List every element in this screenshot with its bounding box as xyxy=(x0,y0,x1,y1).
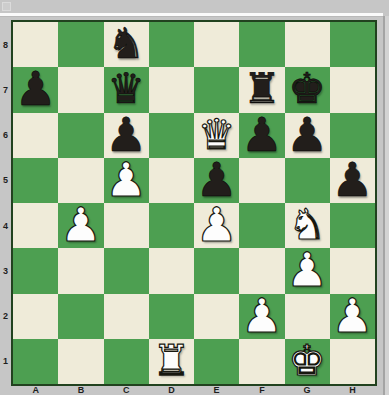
square-g2[interactable] xyxy=(285,294,330,339)
square-d5[interactable] xyxy=(149,158,194,203)
file-label-a: A xyxy=(13,385,58,395)
window-corner-icon xyxy=(2,2,11,11)
piece-white-pawn[interactable]: ♟ xyxy=(286,247,328,292)
square-c5[interactable]: ♟ xyxy=(104,158,149,203)
square-b3[interactable] xyxy=(58,248,103,293)
window-right-edge-highlight xyxy=(385,16,389,395)
square-e4[interactable]: ♟ xyxy=(194,203,239,248)
chess-board[interactable]: ♞♟♛♜♚♟♛♟♟♟♟♟♟♟♞♟♟♟♜♚ xyxy=(11,20,377,386)
square-a2[interactable] xyxy=(13,294,58,339)
square-a5[interactable] xyxy=(13,158,58,203)
square-f6[interactable]: ♟ xyxy=(239,113,284,158)
square-c3[interactable] xyxy=(104,248,149,293)
square-h2[interactable]: ♟ xyxy=(330,294,375,339)
square-d6[interactable] xyxy=(149,113,194,158)
rank-labels: 87654321 xyxy=(0,22,11,384)
square-e2[interactable] xyxy=(194,294,239,339)
piece-white-pawn[interactable]: ♟ xyxy=(241,293,283,338)
square-f2[interactable]: ♟ xyxy=(239,294,284,339)
square-a7[interactable]: ♟ xyxy=(13,67,58,112)
square-b2[interactable] xyxy=(58,294,103,339)
piece-white-rook[interactable]: ♜ xyxy=(153,338,191,383)
square-f5[interactable] xyxy=(239,158,284,203)
square-h1[interactable] xyxy=(330,339,375,384)
piece-black-rook[interactable]: ♜ xyxy=(243,66,281,111)
rank-label-2: 2 xyxy=(0,294,11,339)
rank-label-6: 6 xyxy=(0,113,11,158)
piece-white-pawn[interactable]: ♟ xyxy=(331,293,373,338)
piece-white-pawn[interactable]: ♟ xyxy=(105,157,147,202)
square-e3[interactable] xyxy=(194,248,239,293)
square-g6[interactable]: ♟ xyxy=(285,113,330,158)
rank-label-7: 7 xyxy=(0,67,11,112)
square-h7[interactable] xyxy=(330,67,375,112)
square-g3[interactable]: ♟ xyxy=(285,248,330,293)
square-d1[interactable]: ♜ xyxy=(149,339,194,384)
square-h4[interactable] xyxy=(330,203,375,248)
toolbar-divider xyxy=(0,13,383,17)
piece-black-queen[interactable]: ♛ xyxy=(107,66,145,111)
piece-black-pawn[interactable]: ♟ xyxy=(331,157,373,202)
square-c2[interactable] xyxy=(104,294,149,339)
square-e1[interactable] xyxy=(194,339,239,384)
square-b4[interactable]: ♟ xyxy=(58,203,103,248)
file-label-b: B xyxy=(58,385,103,395)
square-a1[interactable] xyxy=(13,339,58,384)
square-e7[interactable] xyxy=(194,67,239,112)
piece-white-pawn[interactable]: ♟ xyxy=(196,202,238,247)
square-h8[interactable] xyxy=(330,22,375,67)
square-f4[interactable] xyxy=(239,203,284,248)
square-b8[interactable] xyxy=(58,22,103,67)
piece-white-queen[interactable]: ♛ xyxy=(198,112,236,157)
rank-label-8: 8 xyxy=(0,22,11,67)
square-c8[interactable]: ♞ xyxy=(104,22,149,67)
rank-label-5: 5 xyxy=(0,158,11,203)
file-label-h: H xyxy=(330,385,375,395)
square-d4[interactable] xyxy=(149,203,194,248)
file-labels: ABCDEFGH xyxy=(13,385,375,395)
piece-white-king[interactable]: ♚ xyxy=(288,338,326,383)
piece-black-pawn[interactable]: ♟ xyxy=(286,112,328,157)
square-g5[interactable] xyxy=(285,158,330,203)
square-h5[interactable]: ♟ xyxy=(330,158,375,203)
piece-black-pawn[interactable]: ♟ xyxy=(105,112,147,157)
square-b6[interactable] xyxy=(58,113,103,158)
square-e8[interactable] xyxy=(194,22,239,67)
square-f8[interactable] xyxy=(239,22,284,67)
square-a4[interactable] xyxy=(13,203,58,248)
file-label-f: F xyxy=(239,385,284,395)
square-d7[interactable] xyxy=(149,67,194,112)
square-a3[interactable] xyxy=(13,248,58,293)
piece-black-knight[interactable]: ♞ xyxy=(107,21,145,66)
square-d8[interactable] xyxy=(149,22,194,67)
piece-white-knight[interactable]: ♞ xyxy=(288,202,326,247)
file-label-c: C xyxy=(104,385,149,395)
square-d2[interactable] xyxy=(149,294,194,339)
square-d3[interactable] xyxy=(149,248,194,293)
rank-label-3: 3 xyxy=(0,248,11,293)
piece-black-pawn[interactable]: ♟ xyxy=(196,157,238,202)
square-c1[interactable] xyxy=(104,339,149,384)
square-c4[interactable] xyxy=(104,203,149,248)
piece-black-pawn[interactable]: ♟ xyxy=(15,66,57,111)
square-b7[interactable] xyxy=(58,67,103,112)
piece-black-pawn[interactable]: ♟ xyxy=(241,112,283,157)
square-b1[interactable] xyxy=(58,339,103,384)
piece-black-king[interactable]: ♚ xyxy=(288,66,326,111)
rank-label-1: 1 xyxy=(0,339,11,384)
square-f1[interactable] xyxy=(239,339,284,384)
square-g8[interactable] xyxy=(285,22,330,67)
rank-label-4: 4 xyxy=(0,203,11,248)
file-label-e: E xyxy=(194,385,239,395)
square-a6[interactable] xyxy=(13,113,58,158)
file-label-g: G xyxy=(285,385,330,395)
chess-app-window: 87654321 ♞♟♛♜♚♟♛♟♟♟♟♟♟♟♞♟♟♟♜♚ ABCDEFGH xyxy=(0,0,389,395)
file-label-d: D xyxy=(149,385,194,395)
piece-white-pawn[interactable]: ♟ xyxy=(60,202,102,247)
square-g1[interactable]: ♚ xyxy=(285,339,330,384)
